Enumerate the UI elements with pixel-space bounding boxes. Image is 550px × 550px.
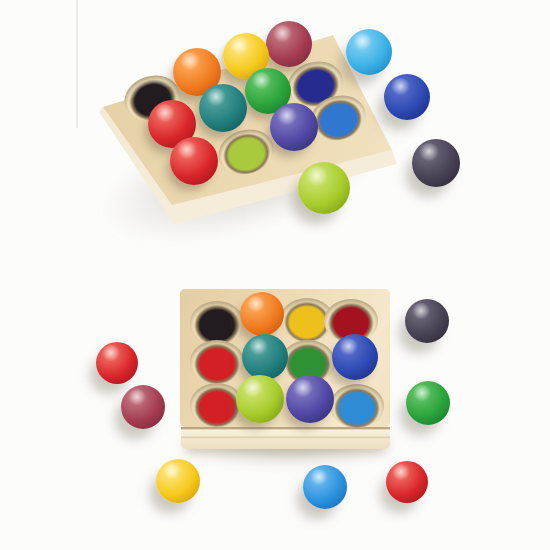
ball-royalblue[interactable] [332,334,378,380]
ball-highlight [229,37,250,55]
ball-lime[interactable] [236,375,284,423]
ball-highlight [179,52,201,71]
ball-highlight [305,166,329,187]
ball-highlight [162,463,182,481]
ball-highlight [127,389,147,407]
ball-lime[interactable] [298,162,350,214]
ball-purple[interactable] [270,103,318,151]
ball-highlight [338,338,359,356]
ball-highlight [272,25,293,43]
ball-highlight [276,107,298,126]
bottom-board-side [181,427,390,449]
hole-black[interactable] [190,301,244,345]
ball-highlight [391,464,410,481]
ball-maroon[interactable] [121,385,165,429]
ball-darkpurple[interactable] [405,299,449,343]
ball-highlight [176,141,198,160]
ball-highlight [246,296,266,314]
ball-orange[interactable] [240,292,284,336]
ball-maroon[interactable] [266,21,312,67]
ball-red[interactable] [170,137,218,185]
hole-lightblue[interactable] [330,384,384,428]
ball-highlight [418,143,440,162]
ball-highlight [352,33,373,51]
ball-highlight [154,104,176,123]
ball-purple[interactable] [286,375,334,423]
ball-royalblue[interactable] [384,74,430,120]
ball-yellow[interactable] [156,459,200,503]
hole-red[interactable] [190,340,244,384]
ball-highlight [101,345,120,362]
ball-highlight [292,379,314,398]
ball-green[interactable] [406,381,450,425]
ball-highlight [205,88,227,107]
ball-teal[interactable] [199,84,247,132]
ball-highlight [390,78,411,96]
ball-highlight [411,303,431,321]
ball-red[interactable] [96,342,138,384]
ball-highlight [412,385,432,403]
ball-highlight [248,338,269,356]
ball-darkpurple[interactable] [412,139,460,187]
ball-highlight [309,469,329,487]
ball-red[interactable] [386,461,428,503]
photo-canvas [0,0,550,550]
ball-teal[interactable] [242,334,288,380]
ball-highlight [242,379,264,398]
ball-blue[interactable] [303,465,347,509]
ball-skyblue[interactable] [346,29,392,75]
ball-highlight [251,72,272,90]
